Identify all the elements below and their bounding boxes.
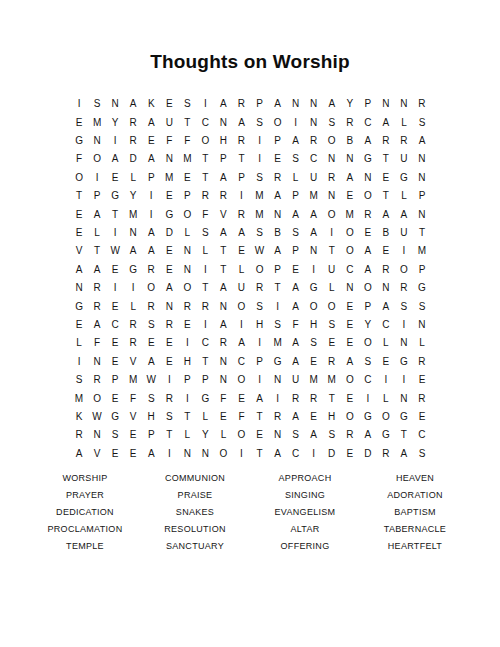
letter-cell[interactable]: O bbox=[323, 132, 341, 150]
letter-cell[interactable]: I bbox=[232, 445, 250, 463]
letter-cell[interactable]: T bbox=[232, 150, 250, 168]
letter-cell[interactable]: O bbox=[269, 113, 287, 131]
letter-cell[interactable]: L bbox=[232, 261, 250, 279]
letter-cell[interactable]: L bbox=[377, 389, 395, 407]
letter-cell[interactable]: O bbox=[323, 297, 341, 315]
letter-cell[interactable]: I bbox=[250, 334, 268, 352]
letter-cell[interactable]: G bbox=[395, 169, 413, 187]
letter-cell[interactable]: V bbox=[88, 445, 106, 463]
letter-cell[interactable]: P bbox=[106, 371, 124, 389]
letter-cell[interactable]: N bbox=[269, 371, 287, 389]
letter-cell[interactable]: I bbox=[323, 224, 341, 242]
letter-cell[interactable]: H bbox=[142, 408, 160, 426]
letter-cell[interactable]: A bbox=[287, 205, 305, 223]
letter-cell[interactable]: S bbox=[305, 334, 323, 352]
letter-cell[interactable]: I bbox=[88, 169, 106, 187]
letter-cell[interactable]: P bbox=[214, 150, 232, 168]
letter-cell[interactable]: O bbox=[323, 205, 341, 223]
letter-cell[interactable]: T bbox=[323, 242, 341, 260]
letter-cell[interactable]: P bbox=[287, 242, 305, 260]
letter-cell[interactable]: A bbox=[142, 150, 160, 168]
letter-cell[interactable]: T bbox=[377, 187, 395, 205]
letter-cell[interactable]: I bbox=[70, 95, 88, 113]
letter-cell[interactable]: R bbox=[178, 297, 196, 315]
letter-cell[interactable]: G bbox=[70, 132, 88, 150]
letter-cell[interactable]: N bbox=[178, 261, 196, 279]
letter-cell[interactable]: H bbox=[305, 316, 323, 334]
letter-cell[interactable]: I bbox=[232, 316, 250, 334]
letter-cell[interactable]: A bbox=[413, 132, 431, 150]
letter-cell[interactable]: O bbox=[232, 297, 250, 315]
letter-cell[interactable]: M bbox=[341, 205, 359, 223]
letter-cell[interactable]: N bbox=[323, 150, 341, 168]
letter-cell[interactable]: E bbox=[305, 353, 323, 371]
letter-cell[interactable]: R bbox=[214, 334, 232, 352]
letter-cell[interactable]: F bbox=[287, 316, 305, 334]
letter-cell[interactable]: R bbox=[323, 353, 341, 371]
letter-cell[interactable]: I bbox=[232, 187, 250, 205]
letter-cell[interactable]: R bbox=[395, 279, 413, 297]
letter-cell[interactable]: M bbox=[413, 242, 431, 260]
letter-cell[interactable]: N bbox=[323, 187, 341, 205]
letter-cell[interactable]: N bbox=[413, 169, 431, 187]
letter-cell[interactable]: R bbox=[124, 316, 142, 334]
letter-cell[interactable]: S bbox=[142, 389, 160, 407]
letter-cell[interactable]: R bbox=[142, 261, 160, 279]
letter-cell[interactable]: S bbox=[287, 426, 305, 444]
letter-cell[interactable]: P bbox=[287, 187, 305, 205]
letter-cell[interactable]: C bbox=[106, 316, 124, 334]
letter-cell[interactable]: U bbox=[232, 279, 250, 297]
letter-cell[interactable]: U bbox=[395, 150, 413, 168]
letter-cell[interactable]: N bbox=[287, 95, 305, 113]
letter-cell[interactable]: A bbox=[250, 389, 268, 407]
letter-cell[interactable]: W bbox=[88, 408, 106, 426]
letter-cell[interactable]: H bbox=[250, 316, 268, 334]
letter-cell[interactable]: A bbox=[269, 187, 287, 205]
letter-cell[interactable]: L bbox=[214, 426, 232, 444]
letter-cell[interactable]: O bbox=[214, 445, 232, 463]
letter-cell[interactable]: I bbox=[305, 261, 323, 279]
letter-cell[interactable]: P bbox=[178, 371, 196, 389]
letter-cell[interactable]: R bbox=[232, 132, 250, 150]
letter-cell[interactable]: I bbox=[160, 371, 178, 389]
letter-cell[interactable]: N bbox=[214, 113, 232, 131]
letter-cell[interactable]: Y bbox=[341, 95, 359, 113]
letter-cell[interactable]: R bbox=[88, 279, 106, 297]
letter-cell[interactable]: T bbox=[196, 169, 214, 187]
letter-cell[interactable]: N bbox=[160, 297, 178, 315]
letter-cell[interactable]: R bbox=[287, 389, 305, 407]
letter-cell[interactable]: O bbox=[178, 279, 196, 297]
letter-cell[interactable]: A bbox=[323, 95, 341, 113]
letter-cell[interactable]: R bbox=[124, 334, 142, 352]
letter-cell[interactable]: E bbox=[341, 297, 359, 315]
letter-cell[interactable]: C bbox=[341, 261, 359, 279]
letter-cell[interactable]: G bbox=[377, 426, 395, 444]
letter-cell[interactable]: E bbox=[323, 334, 341, 352]
letter-cell[interactable]: T bbox=[106, 205, 124, 223]
letter-cell[interactable]: A bbox=[232, 113, 250, 131]
letter-cell[interactable]: A bbox=[287, 279, 305, 297]
letter-cell[interactable]: O bbox=[359, 279, 377, 297]
letter-cell[interactable]: U bbox=[395, 224, 413, 242]
letter-cell[interactable]: E bbox=[287, 261, 305, 279]
letter-cell[interactable]: E bbox=[269, 150, 287, 168]
letter-cell[interactable]: S bbox=[413, 113, 431, 131]
letter-cell[interactable]: E bbox=[377, 353, 395, 371]
letter-cell[interactable]: I bbox=[250, 132, 268, 150]
letter-cell[interactable]: E bbox=[70, 316, 88, 334]
letter-cell[interactable]: E bbox=[160, 353, 178, 371]
letter-cell[interactable]: A bbox=[70, 445, 88, 463]
letter-cell[interactable]: A bbox=[287, 353, 305, 371]
letter-cell[interactable]: D bbox=[323, 445, 341, 463]
letter-cell[interactable]: E bbox=[160, 187, 178, 205]
letter-cell[interactable]: N bbox=[341, 150, 359, 168]
letter-cell[interactable]: E bbox=[232, 389, 250, 407]
letter-cell[interactable]: N bbox=[160, 150, 178, 168]
letter-cell[interactable]: G bbox=[269, 353, 287, 371]
letter-cell[interactable]: M bbox=[305, 187, 323, 205]
letter-cell[interactable]: W bbox=[142, 371, 160, 389]
letter-cell[interactable]: O bbox=[305, 297, 323, 315]
letter-cell[interactable]: P bbox=[250, 95, 268, 113]
letter-cell[interactable]: I bbox=[142, 187, 160, 205]
letter-cell[interactable]: N bbox=[413, 316, 431, 334]
letter-cell[interactable]: G bbox=[305, 279, 323, 297]
letter-cell[interactable]: Y bbox=[124, 187, 142, 205]
letter-cell[interactable]: O bbox=[250, 261, 268, 279]
letter-cell[interactable]: I bbox=[160, 445, 178, 463]
letter-cell[interactable]: A bbox=[359, 261, 377, 279]
letter-cell[interactable]: I bbox=[106, 279, 124, 297]
letter-cell[interactable]: G bbox=[359, 408, 377, 426]
letter-cell[interactable]: A bbox=[395, 205, 413, 223]
letter-cell[interactable]: I bbox=[377, 371, 395, 389]
letter-cell[interactable]: A bbox=[142, 445, 160, 463]
letter-cell[interactable]: O bbox=[377, 408, 395, 426]
letter-cell[interactable]: I bbox=[124, 279, 142, 297]
letter-cell[interactable]: N bbox=[214, 353, 232, 371]
letter-cell[interactable]: S bbox=[413, 297, 431, 315]
letter-cell[interactable]: A bbox=[214, 224, 232, 242]
letter-cell[interactable]: I bbox=[178, 334, 196, 352]
letter-cell[interactable]: A bbox=[160, 279, 178, 297]
letter-cell[interactable]: E bbox=[106, 353, 124, 371]
letter-cell[interactable]: I bbox=[250, 150, 268, 168]
letter-cell[interactable]: A bbox=[287, 408, 305, 426]
letter-cell[interactable]: P bbox=[232, 169, 250, 187]
letter-cell[interactable]: B bbox=[341, 132, 359, 150]
letter-cell[interactable]: P bbox=[359, 297, 377, 315]
letter-cell[interactable]: R bbox=[160, 389, 178, 407]
letter-cell[interactable]: N bbox=[395, 389, 413, 407]
letter-cell[interactable]: P bbox=[413, 187, 431, 205]
letter-cell[interactable]: N bbox=[269, 205, 287, 223]
letter-cell[interactable]: M bbox=[323, 371, 341, 389]
letter-cell[interactable]: R bbox=[323, 169, 341, 187]
letter-cell[interactable]: V bbox=[214, 205, 232, 223]
letter-cell[interactable]: B bbox=[269, 224, 287, 242]
letter-cell[interactable]: E bbox=[70, 205, 88, 223]
letter-cell[interactable]: G bbox=[160, 205, 178, 223]
letter-cell[interactable]: A bbox=[377, 113, 395, 131]
letter-cell[interactable]: A bbox=[142, 224, 160, 242]
letter-cell[interactable]: T bbox=[196, 150, 214, 168]
letter-cell[interactable]: A bbox=[124, 242, 142, 260]
letter-cell[interactable]: L bbox=[196, 408, 214, 426]
letter-cell[interactable]: N bbox=[395, 95, 413, 113]
letter-cell[interactable]: E bbox=[160, 242, 178, 260]
letter-cell[interactable]: E bbox=[232, 242, 250, 260]
letter-cell[interactable]: R bbox=[232, 95, 250, 113]
letter-cell[interactable]: A bbox=[359, 132, 377, 150]
letter-cell[interactable]: A bbox=[88, 316, 106, 334]
letter-cell[interactable]: E bbox=[142, 334, 160, 352]
letter-cell[interactable]: R bbox=[377, 445, 395, 463]
letter-cell[interactable]: L bbox=[88, 224, 106, 242]
letter-cell[interactable]: E bbox=[359, 224, 377, 242]
letter-cell[interactable]: E bbox=[106, 297, 124, 315]
letter-cell[interactable]: T bbox=[214, 242, 232, 260]
letter-cell[interactable]: S bbox=[250, 169, 268, 187]
letter-cell[interactable]: D bbox=[160, 224, 178, 242]
letter-cell[interactable]: I bbox=[250, 371, 268, 389]
letter-cell[interactable]: N bbox=[88, 132, 106, 150]
letter-cell[interactable]: W bbox=[250, 242, 268, 260]
letter-cell[interactable]: Y bbox=[106, 113, 124, 131]
letter-cell[interactable]: L bbox=[377, 334, 395, 352]
letter-cell[interactable]: L bbox=[124, 169, 142, 187]
letter-cell[interactable]: S bbox=[196, 224, 214, 242]
letter-cell[interactable]: N bbox=[214, 297, 232, 315]
letter-cell[interactable]: M bbox=[178, 150, 196, 168]
letter-cell[interactable]: S bbox=[160, 408, 178, 426]
letter-cell[interactable]: I bbox=[305, 445, 323, 463]
letter-cell[interactable]: M bbox=[269, 334, 287, 352]
letter-cell[interactable]: O bbox=[196, 132, 214, 150]
letter-cell[interactable]: R bbox=[269, 408, 287, 426]
letter-cell[interactable]: N bbox=[88, 353, 106, 371]
letter-cell[interactable]: N bbox=[124, 224, 142, 242]
letter-cell[interactable]: E bbox=[377, 169, 395, 187]
letter-cell[interactable]: T bbox=[413, 224, 431, 242]
letter-cell[interactable]: N bbox=[269, 426, 287, 444]
letter-cell[interactable]: L bbox=[395, 113, 413, 131]
letter-cell[interactable]: A bbox=[232, 224, 250, 242]
letter-cell[interactable]: R bbox=[196, 187, 214, 205]
letter-cell[interactable]: E bbox=[341, 316, 359, 334]
letter-cell[interactable]: M bbox=[70, 389, 88, 407]
letter-cell[interactable]: N bbox=[395, 334, 413, 352]
letter-cell[interactable]: G bbox=[395, 353, 413, 371]
letter-cell[interactable]: O bbox=[142, 279, 160, 297]
letter-cell[interactable]: E bbox=[178, 169, 196, 187]
letter-cell[interactable]: T bbox=[395, 426, 413, 444]
letter-cell[interactable]: R bbox=[232, 205, 250, 223]
letter-cell[interactable]: R bbox=[250, 279, 268, 297]
letter-cell[interactable]: A bbox=[341, 353, 359, 371]
letter-cell[interactable]: U bbox=[287, 371, 305, 389]
letter-cell[interactable]: A bbox=[214, 95, 232, 113]
letter-cell[interactable]: A bbox=[269, 445, 287, 463]
letter-cell[interactable]: G bbox=[395, 408, 413, 426]
letter-cell[interactable]: O bbox=[341, 371, 359, 389]
letter-cell[interactable]: N bbox=[359, 169, 377, 187]
letter-cell[interactable]: F bbox=[196, 205, 214, 223]
letter-cell[interactable]: S bbox=[287, 224, 305, 242]
letter-cell[interactable]: G bbox=[124, 261, 142, 279]
letter-cell[interactable]: C bbox=[377, 316, 395, 334]
letter-cell[interactable]: O bbox=[341, 242, 359, 260]
letter-cell[interactable]: A bbox=[287, 297, 305, 315]
letter-cell[interactable]: K bbox=[70, 408, 88, 426]
letter-cell[interactable]: R bbox=[142, 297, 160, 315]
letter-cell[interactable]: E bbox=[178, 316, 196, 334]
letter-cell[interactable]: T bbox=[178, 408, 196, 426]
letter-cell[interactable]: A bbox=[88, 205, 106, 223]
letter-cell[interactable]: R bbox=[214, 187, 232, 205]
letter-cell[interactable]: I bbox=[196, 95, 214, 113]
letter-cell[interactable]: S bbox=[70, 371, 88, 389]
letter-cell[interactable]: S bbox=[269, 316, 287, 334]
letter-cell[interactable]: I bbox=[287, 113, 305, 131]
letter-cell[interactable]: T bbox=[377, 150, 395, 168]
letter-cell[interactable]: I bbox=[106, 224, 124, 242]
letter-cell[interactable]: N bbox=[305, 113, 323, 131]
letter-cell[interactable]: I bbox=[142, 205, 160, 223]
letter-cell[interactable]: G bbox=[106, 187, 124, 205]
letter-cell[interactable]: C bbox=[359, 371, 377, 389]
letter-cell[interactable]: I bbox=[395, 371, 413, 389]
letter-cell[interactable]: A bbox=[287, 132, 305, 150]
letter-cell[interactable]: O bbox=[70, 169, 88, 187]
letter-cell[interactable]: G bbox=[359, 150, 377, 168]
letter-cell[interactable]: E bbox=[377, 242, 395, 260]
letter-cell[interactable]: V bbox=[124, 408, 142, 426]
letter-cell[interactable]: T bbox=[178, 113, 196, 131]
letter-cell[interactable]: E bbox=[250, 426, 268, 444]
letter-cell[interactable]: I bbox=[196, 316, 214, 334]
letter-cell[interactable]: K bbox=[142, 95, 160, 113]
letter-cell[interactable]: E bbox=[305, 408, 323, 426]
letter-cell[interactable]: S bbox=[142, 316, 160, 334]
letter-cell[interactable]: A bbox=[305, 426, 323, 444]
letter-cell[interactable]: R bbox=[377, 261, 395, 279]
letter-cell[interactable]: G bbox=[106, 408, 124, 426]
letter-cell[interactable]: P bbox=[269, 132, 287, 150]
letter-cell[interactable]: A bbox=[269, 95, 287, 113]
letter-cell[interactable]: C bbox=[196, 334, 214, 352]
letter-cell[interactable]: O bbox=[232, 426, 250, 444]
letter-cell[interactable]: I bbox=[269, 297, 287, 315]
letter-cell[interactable]: U bbox=[323, 261, 341, 279]
letter-cell[interactable]: A bbox=[142, 242, 160, 260]
letter-cell[interactable]: T bbox=[88, 242, 106, 260]
letter-cell[interactable]: R bbox=[88, 297, 106, 315]
letter-cell[interactable]: O bbox=[359, 187, 377, 205]
letter-cell[interactable]: I bbox=[395, 316, 413, 334]
letter-cell[interactable]: Y bbox=[359, 316, 377, 334]
letter-cell[interactable]: D bbox=[124, 150, 142, 168]
letter-cell[interactable]: U bbox=[160, 113, 178, 131]
letter-cell[interactable]: G bbox=[196, 389, 214, 407]
letter-cell[interactable]: E bbox=[341, 389, 359, 407]
letter-cell[interactable]: M bbox=[88, 113, 106, 131]
letter-cell[interactable]: P bbox=[88, 187, 106, 205]
letter-cell[interactable]: S bbox=[88, 95, 106, 113]
letter-cell[interactable]: L bbox=[178, 426, 196, 444]
letter-cell[interactable]: P bbox=[178, 187, 196, 205]
letter-cell[interactable]: A bbox=[305, 224, 323, 242]
letter-cell[interactable]: H bbox=[214, 132, 232, 150]
letter-cell[interactable]: A bbox=[305, 205, 323, 223]
letter-cell[interactable]: S bbox=[178, 95, 196, 113]
letter-cell[interactable]: Y bbox=[196, 426, 214, 444]
letter-cell[interactable]: R bbox=[88, 371, 106, 389]
letter-cell[interactable]: N bbox=[178, 242, 196, 260]
letter-cell[interactable]: O bbox=[341, 408, 359, 426]
letter-cell[interactable]: O bbox=[341, 224, 359, 242]
letter-cell[interactable]: E bbox=[124, 426, 142, 444]
letter-cell[interactable]: P bbox=[359, 95, 377, 113]
letter-cell[interactable]: E bbox=[160, 95, 178, 113]
letter-cell[interactable]: R bbox=[413, 353, 431, 371]
letter-cell[interactable]: M bbox=[124, 371, 142, 389]
letter-cell[interactable]: H bbox=[323, 408, 341, 426]
letter-cell[interactable]: S bbox=[323, 426, 341, 444]
letter-cell[interactable]: A bbox=[142, 353, 160, 371]
letter-cell[interactable]: O bbox=[88, 389, 106, 407]
letter-cell[interactable]: G bbox=[70, 297, 88, 315]
letter-cell[interactable]: P bbox=[413, 261, 431, 279]
letter-cell[interactable]: C bbox=[232, 353, 250, 371]
letter-cell[interactable]: A bbox=[269, 242, 287, 260]
letter-cell[interactable]: I bbox=[106, 132, 124, 150]
letter-cell[interactable]: N bbox=[106, 95, 124, 113]
letter-cell[interactable]: E bbox=[341, 187, 359, 205]
letter-cell[interactable]: I bbox=[70, 353, 88, 371]
letter-cell[interactable]: L bbox=[196, 242, 214, 260]
letter-cell[interactable]: P bbox=[142, 426, 160, 444]
letter-cell[interactable]: E bbox=[160, 334, 178, 352]
letter-cell[interactable]: E bbox=[142, 132, 160, 150]
letter-cell[interactable]: C bbox=[305, 150, 323, 168]
letter-cell[interactable]: R bbox=[124, 132, 142, 150]
letter-cell[interactable]: P bbox=[269, 261, 287, 279]
letter-cell[interactable]: R bbox=[124, 113, 142, 131]
letter-cell[interactable]: R bbox=[269, 169, 287, 187]
letter-cell[interactable]: M bbox=[250, 205, 268, 223]
letter-cell[interactable]: M bbox=[124, 205, 142, 223]
letter-cell[interactable]: E bbox=[413, 371, 431, 389]
letter-cell[interactable]: N bbox=[413, 150, 431, 168]
letter-cell[interactable]: M bbox=[250, 187, 268, 205]
letter-cell[interactable]: S bbox=[250, 297, 268, 315]
letter-cell[interactable]: M bbox=[305, 371, 323, 389]
letter-cell[interactable]: T bbox=[250, 445, 268, 463]
letter-cell[interactable]: C bbox=[287, 445, 305, 463]
letter-cell[interactable]: D bbox=[359, 445, 377, 463]
letter-cell[interactable]: E bbox=[106, 334, 124, 352]
letter-cell[interactable]: R bbox=[305, 132, 323, 150]
letter-cell[interactable]: E bbox=[413, 408, 431, 426]
letter-cell[interactable]: N bbox=[413, 205, 431, 223]
letter-cell[interactable]: T bbox=[269, 279, 287, 297]
letter-cell[interactable]: R bbox=[160, 316, 178, 334]
letter-cell[interactable]: F bbox=[160, 132, 178, 150]
